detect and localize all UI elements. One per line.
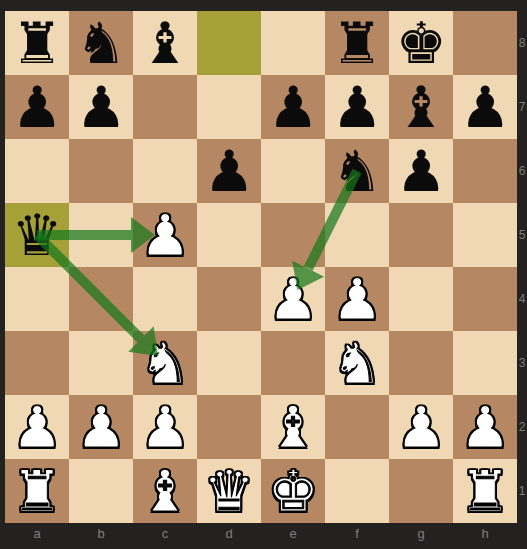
piece-black-knight[interactable]: ♞	[325, 139, 389, 203]
square-f5[interactable]	[325, 203, 389, 267]
square-h7[interactable]: ♟	[453, 75, 517, 139]
file-label-e: e	[261, 526, 325, 541]
file-label-g: g	[389, 526, 453, 541]
piece-black-bishop[interactable]: ♝	[133, 11, 197, 75]
square-d2[interactable]	[197, 395, 261, 459]
square-f6[interactable]: ♞	[325, 139, 389, 203]
piece-white-pawn[interactable]: ♟	[133, 395, 197, 459]
piece-white-pawn[interactable]: ♟	[261, 267, 325, 331]
square-a5[interactable]: ♛	[5, 203, 69, 267]
file-label-c: c	[133, 526, 197, 541]
rank-label-7: 7	[517, 100, 527, 114]
square-b2[interactable]: ♟	[69, 395, 133, 459]
square-f1[interactable]	[325, 459, 389, 523]
square-b4[interactable]	[69, 267, 133, 331]
square-a1[interactable]: ♜	[5, 459, 69, 523]
piece-white-rook[interactable]: ♜	[5, 459, 69, 523]
square-e3[interactable]	[261, 331, 325, 395]
piece-black-pawn[interactable]: ♟	[389, 139, 453, 203]
rank-label-1: 1	[517, 484, 527, 498]
square-b6[interactable]	[69, 139, 133, 203]
square-g6[interactable]: ♟	[389, 139, 453, 203]
rank-label-4: 4	[517, 292, 527, 306]
piece-black-knight[interactable]: ♞	[69, 11, 133, 75]
file-label-h: h	[453, 526, 517, 541]
square-h4[interactable]	[453, 267, 517, 331]
piece-white-pawn[interactable]: ♟	[69, 395, 133, 459]
piece-black-rook[interactable]: ♜	[325, 11, 389, 75]
piece-white-pawn[interactable]: ♟	[133, 203, 197, 267]
square-e8[interactable]	[261, 11, 325, 75]
piece-white-rook[interactable]: ♜	[453, 459, 517, 523]
piece-white-queen[interactable]: ♛	[197, 459, 261, 523]
square-a3[interactable]	[5, 331, 69, 395]
square-c3[interactable]: ♞	[133, 331, 197, 395]
square-c5[interactable]: ♟	[133, 203, 197, 267]
piece-black-pawn[interactable]: ♟	[261, 75, 325, 139]
square-g3[interactable]	[389, 331, 453, 395]
square-g8[interactable]: ♚	[389, 11, 453, 75]
square-f4[interactable]: ♟	[325, 267, 389, 331]
square-a4[interactable]	[5, 267, 69, 331]
square-c6[interactable]	[133, 139, 197, 203]
square-g5[interactable]	[389, 203, 453, 267]
square-b1[interactable]	[69, 459, 133, 523]
square-e2[interactable]: ♝	[261, 395, 325, 459]
square-h2[interactable]: ♟	[453, 395, 517, 459]
square-h6[interactable]	[453, 139, 517, 203]
square-b7[interactable]: ♟	[69, 75, 133, 139]
piece-white-bishop[interactable]: ♝	[133, 459, 197, 523]
file-label-a: a	[5, 526, 69, 541]
square-b3[interactable]	[69, 331, 133, 395]
square-d1[interactable]: ♛	[197, 459, 261, 523]
piece-black-pawn[interactable]: ♟	[453, 75, 517, 139]
square-c4[interactable]	[133, 267, 197, 331]
piece-black-king[interactable]: ♚	[389, 11, 453, 75]
square-e1[interactable]: ♚	[261, 459, 325, 523]
file-label-f: f	[325, 526, 389, 541]
square-d7[interactable]	[197, 75, 261, 139]
rank-label-5: 5	[517, 228, 527, 242]
piece-white-knight[interactable]: ♞	[133, 331, 197, 395]
piece-white-pawn[interactable]: ♟	[325, 267, 389, 331]
square-h5[interactable]	[453, 203, 517, 267]
square-a8[interactable]: ♜	[5, 11, 69, 75]
file-label-b: b	[69, 526, 133, 541]
rank-label-8: 8	[517, 36, 527, 50]
piece-white-king[interactable]: ♚	[261, 459, 325, 523]
square-f3[interactable]: ♞	[325, 331, 389, 395]
square-e4[interactable]: ♟	[261, 267, 325, 331]
piece-black-pawn[interactable]: ♟	[5, 75, 69, 139]
square-d6[interactable]: ♟	[197, 139, 261, 203]
square-g2[interactable]: ♟	[389, 395, 453, 459]
rank-label-2: 2	[517, 420, 527, 434]
piece-white-pawn[interactable]: ♟	[5, 395, 69, 459]
square-g4[interactable]	[389, 267, 453, 331]
square-e6[interactable]	[261, 139, 325, 203]
square-f2[interactable]	[325, 395, 389, 459]
file-label-d: d	[197, 526, 261, 541]
rank-label-3: 3	[517, 356, 527, 370]
square-f7[interactable]: ♟	[325, 75, 389, 139]
square-d8[interactable]	[197, 11, 261, 75]
square-f8[interactable]: ♜	[325, 11, 389, 75]
square-e7[interactable]: ♟	[261, 75, 325, 139]
chess-app: ♜♞♝♜♚♟♟♟♟♝♟♟♞♟♛♟♟♟♞♞♟♟♟♝♟♟♜♝♛♚♜ 12345678…	[0, 0, 527, 549]
piece-white-bishop[interactable]: ♝	[261, 395, 325, 459]
square-a7[interactable]: ♟	[5, 75, 69, 139]
square-c1[interactable]: ♝	[133, 459, 197, 523]
square-h3[interactable]	[453, 331, 517, 395]
square-a6[interactable]	[5, 139, 69, 203]
square-h1[interactable]: ♜	[453, 459, 517, 523]
piece-black-rook[interactable]: ♜	[5, 11, 69, 75]
square-a2[interactable]: ♟	[5, 395, 69, 459]
piece-white-pawn[interactable]: ♟	[389, 395, 453, 459]
piece-white-pawn[interactable]: ♟	[453, 395, 517, 459]
piece-black-pawn[interactable]: ♟	[325, 75, 389, 139]
square-c8[interactable]: ♝	[133, 11, 197, 75]
square-c2[interactable]: ♟	[133, 395, 197, 459]
piece-black-pawn[interactable]: ♟	[197, 139, 261, 203]
square-g1[interactable]	[389, 459, 453, 523]
square-g7[interactable]: ♝	[389, 75, 453, 139]
square-h8[interactable]	[453, 11, 517, 75]
piece-white-knight[interactable]: ♞	[325, 331, 389, 395]
piece-black-queen[interactable]: ♛	[5, 203, 69, 267]
square-b8[interactable]: ♞	[69, 11, 133, 75]
square-c7[interactable]	[133, 75, 197, 139]
square-d5[interactable]	[197, 203, 261, 267]
chess-board: ♜♞♝♜♚♟♟♟♟♝♟♟♞♟♛♟♟♟♞♞♟♟♟♝♟♟♜♝♛♚♜	[5, 11, 517, 523]
square-b5[interactable]	[69, 203, 133, 267]
piece-black-pawn[interactable]: ♟	[69, 75, 133, 139]
square-e5[interactable]	[261, 203, 325, 267]
square-d4[interactable]	[197, 267, 261, 331]
rank-label-6: 6	[517, 164, 527, 178]
square-d3[interactable]	[197, 331, 261, 395]
piece-black-bishop[interactable]: ♝	[389, 75, 453, 139]
